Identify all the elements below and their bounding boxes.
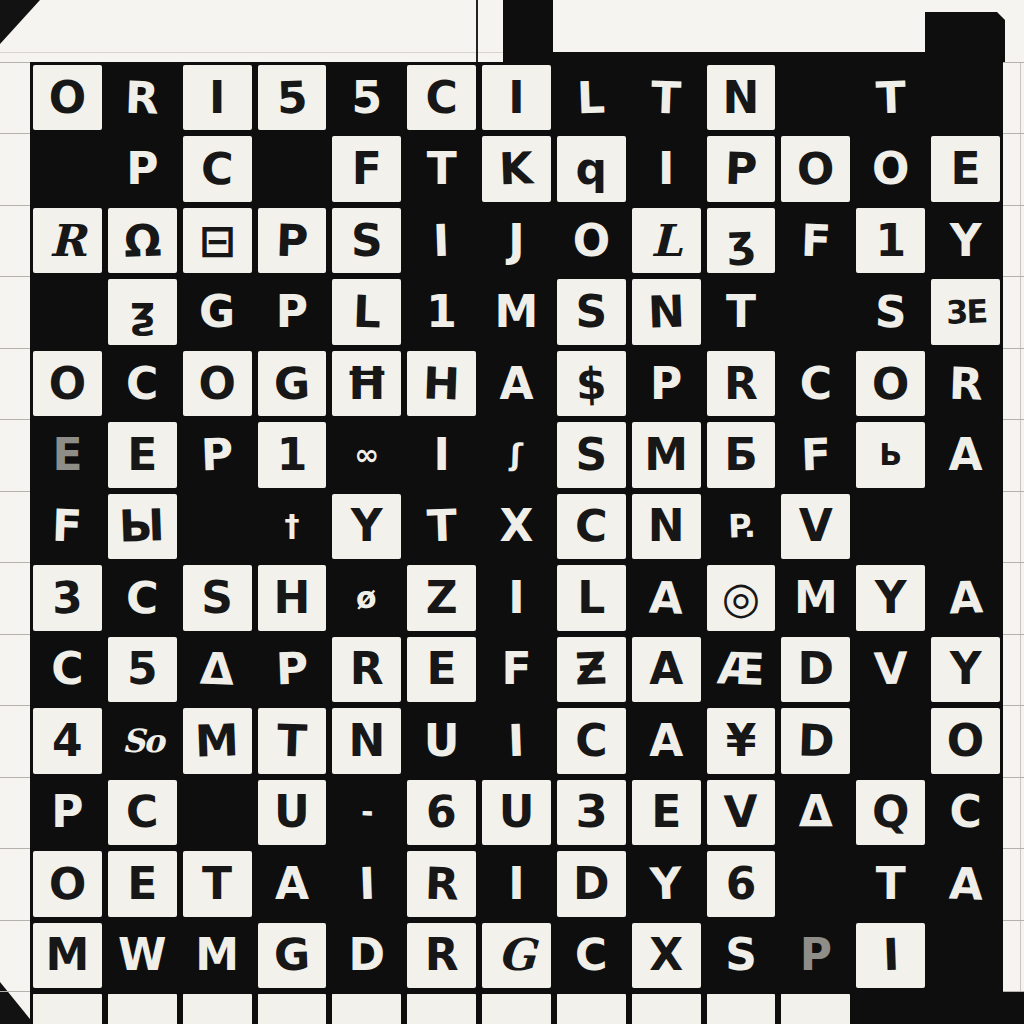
partial-cell: [404, 991, 479, 1024]
grid-cell[interactable]: M: [180, 920, 255, 991]
grid-cell[interactable]: [853, 491, 928, 562]
grid-cell[interactable]: P: [778, 920, 853, 991]
grid-cell[interactable]: Ω: [105, 205, 180, 276]
grid-cell[interactable]: Ħ: [329, 348, 404, 419]
left-margin-grid-line: [0, 62, 30, 63]
grid-cell[interactable]: E: [30, 419, 105, 490]
grid-cell[interactable]: M: [30, 920, 105, 991]
cell-letter: E: [651, 790, 681, 834]
grid-cell[interactable]: ⊟: [180, 205, 255, 276]
cell-letter: O: [947, 719, 984, 763]
cell-letter: L: [651, 219, 682, 263]
right-margin-grid-line: [1003, 848, 1024, 849]
grid-cell[interactable]: ƺ: [105, 276, 180, 347]
grid-cell[interactable]: C: [928, 777, 1003, 848]
grid-cell[interactable]: [928, 491, 1003, 562]
grid-cell[interactable]: I: [180, 62, 255, 133]
grid-cell[interactable]: F: [778, 419, 853, 490]
grid-cell[interactable]: 6: [404, 777, 479, 848]
cell-letter: So: [122, 725, 162, 757]
cell-letter: C: [200, 147, 234, 192]
cell-letter: I: [433, 433, 449, 477]
cell-letter: M: [195, 933, 239, 977]
grid-cell[interactable]: G: [255, 920, 330, 991]
cell-letter: R: [350, 647, 384, 691]
cell-letter: ƺ: [129, 290, 155, 334]
cell-letter: D: [349, 933, 386, 977]
grid-cell[interactable]: O: [180, 348, 255, 419]
grid-cell[interactable]: K: [479, 133, 554, 204]
grid-cell[interactable]: ø: [329, 562, 404, 633]
cell-letter: T: [202, 862, 232, 906]
grid-cell[interactable]: ¥: [704, 705, 779, 776]
grid-cell[interactable]: P: [255, 634, 330, 705]
cell-letter: F: [352, 147, 382, 191]
cell-letter: P.: [728, 510, 755, 543]
cell-letter: I: [508, 576, 524, 620]
grid-cell[interactable]: F: [479, 634, 554, 705]
cell-letter: M: [194, 718, 239, 764]
grid-cell[interactable]: H: [404, 348, 479, 419]
cell-letter: A: [948, 575, 984, 620]
grid-cell[interactable]: I: [479, 848, 554, 919]
cell-letter: O: [796, 147, 835, 192]
grid-cell[interactable]: P: [255, 205, 330, 276]
grid-cell[interactable]: S: [554, 419, 629, 490]
grid-cell[interactable]: [30, 133, 105, 204]
grid-cell[interactable]: O: [928, 705, 1003, 776]
cell-letter: O: [872, 147, 909, 191]
cell-letter: L: [352, 290, 382, 335]
grid-cell[interactable]: E: [404, 634, 479, 705]
grid-cell[interactable]: A: [255, 848, 330, 919]
cell-letter: D: [798, 647, 835, 691]
left-margin-grid-line: [0, 205, 30, 206]
grid-cell[interactable]: F: [329, 133, 404, 204]
grid-cell[interactable]: F: [30, 491, 105, 562]
grid-cell[interactable]: Z: [404, 562, 479, 633]
grid-cell[interactable]: R: [928, 348, 1003, 419]
left-margin-grid-line: [0, 920, 30, 921]
cell-letter: Æ: [716, 647, 765, 693]
grid-cell[interactable]: P: [105, 133, 180, 204]
cell-letter: A: [649, 719, 683, 763]
cell-letter: $: [575, 361, 607, 406]
cell-letter: R: [425, 933, 459, 977]
cell-letter: S: [575, 433, 607, 477]
grid-cell[interactable]: [928, 920, 1003, 991]
cell-letter: C: [125, 790, 159, 835]
grid-cell[interactable]: Y: [928, 205, 1003, 276]
grid-cell[interactable]: M: [180, 705, 255, 776]
grid-cell[interactable]: A: [479, 348, 554, 419]
cell-letter: A: [948, 861, 984, 906]
grid-cell[interactable]: S: [704, 920, 779, 991]
cell-letter: P: [126, 147, 158, 191]
cell-letter: D: [797, 718, 835, 763]
cell-letter: E: [427, 647, 457, 691]
grid-cell[interactable]: T: [629, 62, 704, 133]
partial-cell: [105, 991, 180, 1024]
grid-cell[interactable]: E: [629, 777, 704, 848]
cell-letter: I: [209, 76, 225, 120]
cell-letter: Y: [649, 861, 682, 906]
grid-cell[interactable]: Q: [853, 777, 928, 848]
cell-letter: I: [433, 218, 451, 263]
cell-letter: T: [427, 147, 457, 191]
grid-cell[interactable]: X: [629, 920, 704, 991]
grid-cell[interactable]: C: [105, 777, 180, 848]
right-margin-grid-line: [1003, 348, 1024, 349]
grid-cell[interactable]: T: [853, 848, 928, 919]
cell-letter: R: [948, 361, 983, 406]
cell-letter: F: [52, 504, 84, 549]
grid-cell[interactable]: O: [554, 205, 629, 276]
grid-cell[interactable]: I: [629, 133, 704, 204]
grid-cell[interactable]: A: [629, 634, 704, 705]
cell-letter: O: [49, 76, 86, 120]
cell-letter: E: [52, 433, 82, 477]
photo-corner-bottom-left: [0, 982, 34, 1024]
grid-cell[interactable]: C: [105, 562, 180, 633]
grid-cell[interactable]: Ƶ: [554, 634, 629, 705]
cell-letter: ¥: [726, 719, 757, 763]
grid-cell[interactable]: 6: [704, 848, 779, 919]
grid-cell[interactable]: A: [629, 562, 704, 633]
cell-letter: 4: [52, 719, 83, 763]
cell-letter: N: [348, 719, 385, 763]
grid-cell[interactable]: N: [629, 276, 704, 347]
cell-letter: O: [871, 361, 910, 406]
grid-cell[interactable]: A: [928, 562, 1003, 633]
grid-cell[interactable]: P: [180, 419, 255, 490]
grid-cell[interactable]: Y: [853, 562, 928, 633]
grid-cell[interactable]: T: [704, 276, 779, 347]
right-margin-grid-line: [1003, 205, 1024, 206]
grid-cell[interactable]: C: [404, 62, 479, 133]
cell-letter: V: [799, 504, 833, 548]
cell-letter: A: [949, 433, 983, 477]
cell-letter: M: [495, 290, 539, 334]
grid-cell[interactable]: [778, 276, 853, 347]
grid-cell[interactable]: R: [105, 62, 180, 133]
cell-letter: R: [424, 861, 459, 906]
grid-cell[interactable]: U: [479, 777, 554, 848]
grid-cell[interactable]: S: [329, 205, 404, 276]
grid-cell[interactable]: G: [255, 348, 330, 419]
grid-cell[interactable]: I: [479, 562, 554, 633]
right-margin-grid-line: [1003, 634, 1024, 635]
grid-cell[interactable]: 3E: [928, 276, 1003, 347]
grid-cell[interactable]: Ь: [853, 419, 928, 490]
cell-letter: X: [500, 504, 534, 548]
grid-cell[interactable]: W: [105, 920, 180, 991]
grid-cell[interactable]: J: [479, 205, 554, 276]
grid-cell[interactable]: Y: [329, 491, 404, 562]
grid-cell[interactable]: 1: [853, 205, 928, 276]
right-margin-grid-line: [1003, 276, 1024, 277]
grid-cell[interactable]: ʒ: [704, 205, 779, 276]
cell-letter: O: [198, 362, 235, 406]
cell-letter: ∞: [354, 440, 379, 470]
grid-cell[interactable]: C: [180, 133, 255, 204]
grid-cell[interactable]: C: [554, 491, 629, 562]
grid-cell[interactable]: O: [853, 133, 928, 204]
grid-cell[interactable]: D: [778, 705, 853, 776]
grid-cell[interactable]: R: [404, 848, 479, 919]
page-fold-top-right: [985, 0, 1024, 40]
cell-letter: Ƶ: [575, 647, 608, 692]
cell-letter: Ħ: [345, 362, 388, 406]
partial-cell: [329, 991, 404, 1024]
grid-cell[interactable]: ◎: [704, 562, 779, 633]
bottom-partial-row: [30, 991, 1003, 1024]
grid-cell[interactable]: З: [554, 777, 629, 848]
grid-cell[interactable]: M: [629, 419, 704, 490]
grid-cell[interactable]: S: [853, 276, 928, 347]
grid-cell[interactable]: I: [853, 920, 928, 991]
right-margin-grid-line: [1003, 491, 1024, 492]
cell-letter: 1: [875, 219, 906, 263]
partial-cell: [629, 991, 704, 1024]
left-margin-grid-line: [0, 848, 30, 849]
grid-cell[interactable]: Y: [629, 848, 704, 919]
cell-letter: P: [276, 290, 308, 334]
cell-letter: G: [199, 290, 235, 334]
cell-letter: P: [724, 147, 758, 192]
partial-cell: [704, 991, 779, 1024]
cell-letter: A: [648, 575, 684, 620]
cell-letter: I: [508, 76, 524, 120]
grid-cell[interactable]: A: [928, 848, 1003, 919]
grid-cell[interactable]: O: [30, 62, 105, 133]
grid-cell[interactable]: C: [105, 348, 180, 419]
grid-cell[interactable]: L: [554, 62, 629, 133]
grid-cell[interactable]: L: [629, 205, 704, 276]
grid-cell[interactable]: T: [853, 62, 928, 133]
cell-letter: 6: [726, 862, 757, 906]
cell-letter: P: [275, 218, 309, 263]
cell-letter: L: [577, 576, 605, 620]
grid-cell[interactable]: M: [778, 562, 853, 633]
black-tab-above-grid: [503, 0, 553, 64]
cell-letter: X: [649, 933, 683, 977]
grid-cell[interactable]: A: [928, 419, 1003, 490]
cell-letter: I: [882, 933, 900, 978]
grid-cell[interactable]: Δ: [180, 634, 255, 705]
grid-cell[interactable]: F: [778, 205, 853, 276]
grid-cell[interactable]: H: [255, 562, 330, 633]
grid-cell[interactable]: †: [255, 491, 330, 562]
cell-letter: C: [51, 647, 83, 691]
right-margin-grid-line: [1003, 777, 1024, 778]
cell-letter: R: [49, 219, 86, 263]
cell-letter: I: [508, 862, 524, 906]
grid-cell[interactable]: V: [853, 634, 928, 705]
partial-cell: [479, 991, 554, 1024]
cell-letter: F: [800, 433, 832, 478]
cell-letter: R: [724, 362, 758, 406]
cell-letter: H: [274, 576, 311, 620]
grid-cell[interactable]: 3: [30, 562, 105, 633]
cell-letter: Ω: [123, 218, 162, 263]
grid-cell[interactable]: P.: [704, 491, 779, 562]
cell-letter: †: [284, 511, 299, 541]
grid-cell[interactable]: X: [479, 491, 554, 562]
grid-cell[interactable]: [180, 491, 255, 562]
cell-letter: ʃ: [510, 440, 523, 470]
grid-cell[interactable]: O: [30, 848, 105, 919]
right-margin-grid-line: [1003, 133, 1024, 134]
right-margin-grid-line: [1003, 991, 1024, 992]
grid-cell[interactable]: R: [704, 348, 779, 419]
cell-letter: G: [273, 933, 311, 978]
grid-cell[interactable]: Б: [704, 419, 779, 490]
grid-cell[interactable]: Y: [928, 634, 1003, 705]
grid-cell[interactable]: O: [853, 348, 928, 419]
grid-cell[interactable]: [778, 848, 853, 919]
partial-cell: [255, 991, 330, 1024]
cell-letter: ʒ: [726, 218, 756, 263]
grid-cell[interactable]: U: [255, 777, 330, 848]
cell-letter: C: [575, 719, 607, 763]
cell-letter: ◎: [722, 576, 760, 620]
grid-cell[interactable]: C: [554, 920, 629, 991]
left-margin-grid-line: [0, 634, 30, 635]
grid-cell[interactable]: L: [554, 562, 629, 633]
cell-letter: O: [48, 861, 87, 906]
cell-letter: D: [573, 862, 610, 906]
grid-cell[interactable]: $: [554, 348, 629, 419]
grid-cell[interactable]: E: [105, 419, 180, 490]
grid-cell[interactable]: 1: [404, 276, 479, 347]
grid-cell[interactable]: T: [404, 491, 479, 562]
grid-cell[interactable]: Æ: [704, 634, 779, 705]
grid-cell[interactable]: C: [778, 348, 853, 419]
right-margin-grid-line: [1003, 705, 1024, 706]
grid-cell[interactable]: [778, 62, 853, 133]
grid-cell[interactable]: D: [778, 634, 853, 705]
cell-letter: S: [874, 290, 907, 335]
cell-letter: P: [800, 933, 832, 977]
grid-cell[interactable]: So: [105, 705, 180, 776]
grid-cell[interactable]: V: [704, 777, 779, 848]
grid-cell[interactable]: T: [404, 133, 479, 204]
partial-cell: [778, 991, 853, 1024]
left-margin-grid-line: [0, 705, 30, 706]
grid-cell[interactable]: [928, 62, 1003, 133]
grid-cell[interactable]: P: [629, 348, 704, 419]
grid-cell[interactable]: -: [329, 777, 404, 848]
grid-cell[interactable]: [853, 705, 928, 776]
cell-letter: 1: [277, 433, 308, 477]
grid-cell[interactable]: I: [479, 62, 554, 133]
grid-cell[interactable]: 5: [255, 62, 330, 133]
grid-cell[interactable]: [180, 777, 255, 848]
grid-cell[interactable]: R: [404, 920, 479, 991]
grid-cell[interactable]: D: [554, 848, 629, 919]
grid-cell[interactable]: S: [180, 562, 255, 633]
partial-cell: [554, 991, 629, 1024]
grid-cell[interactable]: Δ: [778, 777, 853, 848]
grid-cell[interactable]: E: [928, 133, 1003, 204]
grid-cell[interactable]: I: [404, 419, 479, 490]
grid-cell[interactable]: M: [479, 276, 554, 347]
cell-letter: C: [574, 504, 608, 549]
cell-letter: G: [497, 933, 536, 978]
cell-letter: U: [274, 790, 310, 834]
cell-letter: A: [649, 647, 683, 691]
cell-letter: З: [576, 790, 607, 834]
grid-cell[interactable]: R: [30, 205, 105, 276]
grid-cell[interactable]: N: [329, 705, 404, 776]
right-margin-grid-line: [1003, 419, 1024, 420]
cell-letter: Ь: [879, 440, 902, 470]
grid-cell[interactable]: O: [30, 348, 105, 419]
grid-cell[interactable]: P: [255, 276, 330, 347]
partial-cell: [30, 991, 105, 1024]
grid-cell[interactable]: 5: [329, 62, 404, 133]
grid-cell[interactable]: V: [778, 491, 853, 562]
grid-cell[interactable]: T: [180, 848, 255, 919]
grid-cell[interactable]: O: [778, 133, 853, 204]
grid-cell[interactable]: R: [329, 634, 404, 705]
grid-cell[interactable]: P: [704, 133, 779, 204]
grid-cell[interactable]: N: [629, 491, 704, 562]
grid-cell[interactable]: D: [329, 920, 404, 991]
grid-cell[interactable]: ∞: [329, 419, 404, 490]
grid-cell[interactable]: 1: [255, 419, 330, 490]
grid-cell[interactable]: S: [554, 276, 629, 347]
scanned-crossword-photo: { "game": "crossword-style letter grid (…: [0, 0, 1024, 1024]
cell-letter: Y: [351, 504, 383, 548]
cell-letter: C: [126, 362, 158, 406]
grid-cell[interactable]: U: [404, 705, 479, 776]
grid-cell[interactable]: N: [704, 62, 779, 133]
grid-cell[interactable]: C: [30, 634, 105, 705]
grid-cell[interactable]: I: [329, 848, 404, 919]
cell-letter: S: [725, 933, 757, 977]
grid-cell[interactable]: L: [329, 276, 404, 347]
grid-cell[interactable]: [255, 133, 330, 204]
grid-cell[interactable]: A: [629, 705, 704, 776]
grid-cell[interactable]: ʃ: [479, 419, 554, 490]
grid-cell[interactable]: C: [554, 705, 629, 776]
grid-cell[interactable]: Ы: [105, 491, 180, 562]
grid-cell[interactable]: G: [180, 276, 255, 347]
cell-letter: C: [949, 790, 981, 834]
grid-cell[interactable]: I: [479, 705, 554, 776]
grid-cell[interactable]: P: [30, 777, 105, 848]
grid-cell[interactable]: 5: [105, 634, 180, 705]
cell-letter: F: [800, 218, 832, 263]
grid-cell[interactable]: [30, 276, 105, 347]
cell-letter: O: [573, 219, 610, 263]
cell-letter: T: [426, 504, 458, 549]
left-margin-grid-line: [0, 419, 30, 420]
cell-letter: N: [648, 504, 685, 548]
cell-letter: K: [499, 147, 535, 192]
grid-cell[interactable]: q: [554, 133, 629, 204]
grid-cell[interactable]: G: [479, 920, 554, 991]
cell-letter: -: [360, 797, 373, 827]
cell-letter: I: [508, 719, 526, 764]
cell-letter: R: [125, 75, 160, 120]
grid-cell[interactable]: 4: [30, 705, 105, 776]
grid-cell[interactable]: T: [255, 705, 330, 776]
grid-cell[interactable]: E: [105, 848, 180, 919]
grid-cell[interactable]: I: [404, 205, 479, 276]
